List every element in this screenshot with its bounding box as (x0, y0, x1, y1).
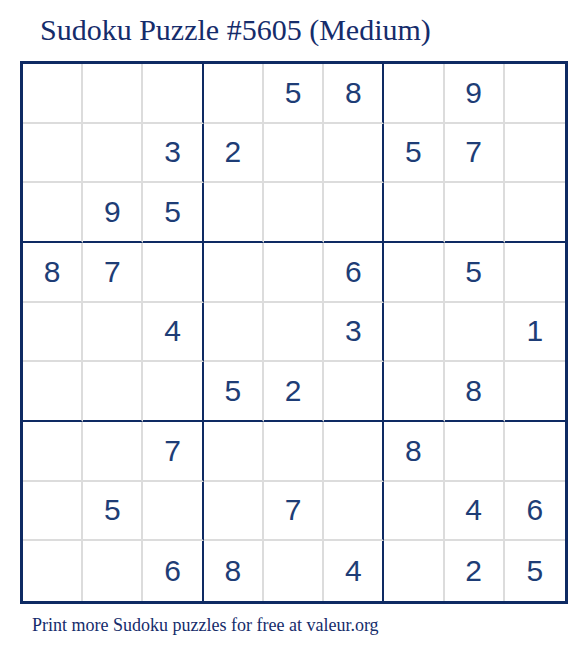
cell-r3c3: 5 (143, 183, 203, 243)
cell-r4c3[interactable] (143, 243, 203, 303)
cell-r2c8: 7 (445, 124, 505, 184)
cell-r3c8[interactable] (445, 183, 505, 243)
cell-r5c3: 4 (143, 303, 203, 363)
cell-r6c5: 2 (264, 362, 324, 422)
cell-r2c9[interactable] (505, 124, 565, 184)
cell-r4c8: 5 (445, 243, 505, 303)
cell-r4c4[interactable] (204, 243, 264, 303)
page-title: Sudoku Puzzle #5605 (Medium) (40, 13, 431, 47)
cell-r4c7[interactable] (384, 243, 444, 303)
cell-r8c9: 6 (505, 482, 565, 542)
cell-r9c7[interactable] (384, 541, 444, 601)
cell-r7c2[interactable] (83, 422, 143, 482)
cell-r3c5[interactable] (264, 183, 324, 243)
cell-r7c5[interactable] (264, 422, 324, 482)
cell-r4c1: 8 (23, 243, 83, 303)
cell-r1c4[interactable] (204, 64, 264, 124)
cell-r9c1[interactable] (23, 541, 83, 601)
cell-r3c7[interactable] (384, 183, 444, 243)
cell-r3c9[interactable] (505, 183, 565, 243)
footer-text: Print more Sudoku puzzles for free at va… (32, 615, 379, 636)
cell-r9c6: 4 (324, 541, 384, 601)
cell-r6c4: 5 (204, 362, 264, 422)
cell-r6c3[interactable] (143, 362, 203, 422)
cell-r1c1[interactable] (23, 64, 83, 124)
cell-r7c3: 7 (143, 422, 203, 482)
cell-r5c7[interactable] (384, 303, 444, 363)
cell-r7c6[interactable] (324, 422, 384, 482)
cell-r2c1[interactable] (23, 124, 83, 184)
cell-r8c4[interactable] (204, 482, 264, 542)
cell-r2c6[interactable] (324, 124, 384, 184)
cell-r5c8[interactable] (445, 303, 505, 363)
cell-r1c5: 5 (264, 64, 324, 124)
cell-r5c9: 1 (505, 303, 565, 363)
cell-r5c6: 3 (324, 303, 384, 363)
cell-r2c4: 2 (204, 124, 264, 184)
cell-r3c1[interactable] (23, 183, 83, 243)
cell-r2c7: 5 (384, 124, 444, 184)
cell-r3c2: 9 (83, 183, 143, 243)
cell-r4c5[interactable] (264, 243, 324, 303)
cell-r7c4[interactable] (204, 422, 264, 482)
cell-r6c7[interactable] (384, 362, 444, 422)
cell-r8c3[interactable] (143, 482, 203, 542)
cell-r6c8: 8 (445, 362, 505, 422)
cell-r5c1[interactable] (23, 303, 83, 363)
cell-r8c1[interactable] (23, 482, 83, 542)
cell-r1c8: 9 (445, 64, 505, 124)
cell-r5c2[interactable] (83, 303, 143, 363)
cell-r7c1[interactable] (23, 422, 83, 482)
cell-r1c6: 8 (324, 64, 384, 124)
cell-r8c5: 7 (264, 482, 324, 542)
cell-r9c5[interactable] (264, 541, 324, 601)
cell-r4c9[interactable] (505, 243, 565, 303)
cell-r1c2[interactable] (83, 64, 143, 124)
cell-r9c9: 5 (505, 541, 565, 601)
cell-r6c1[interactable] (23, 362, 83, 422)
cell-r5c4[interactable] (204, 303, 264, 363)
cell-r1c3[interactable] (143, 64, 203, 124)
cell-r9c3: 6 (143, 541, 203, 601)
cell-r7c9[interactable] (505, 422, 565, 482)
cell-r6c9[interactable] (505, 362, 565, 422)
cell-r2c2[interactable] (83, 124, 143, 184)
cell-r8c8: 4 (445, 482, 505, 542)
cell-r8c2: 5 (83, 482, 143, 542)
cell-r3c4[interactable] (204, 183, 264, 243)
cell-r2c3: 3 (143, 124, 203, 184)
cell-r1c7[interactable] (384, 64, 444, 124)
cell-r5c5[interactable] (264, 303, 324, 363)
cell-r7c8[interactable] (445, 422, 505, 482)
cell-r4c2: 7 (83, 243, 143, 303)
cell-r8c7[interactable] (384, 482, 444, 542)
cell-r7c7: 8 (384, 422, 444, 482)
cell-r1c9[interactable] (505, 64, 565, 124)
cell-r6c2[interactable] (83, 362, 143, 422)
cell-r9c8: 2 (445, 541, 505, 601)
sudoku-grid: 589325795876543152878574668425 (20, 61, 568, 604)
cell-r3c6[interactable] (324, 183, 384, 243)
cell-r9c2[interactable] (83, 541, 143, 601)
cell-r8c6[interactable] (324, 482, 384, 542)
cell-r4c6: 6 (324, 243, 384, 303)
cell-r6c6[interactable] (324, 362, 384, 422)
cell-r2c5[interactable] (264, 124, 324, 184)
cell-r9c4: 8 (204, 541, 264, 601)
